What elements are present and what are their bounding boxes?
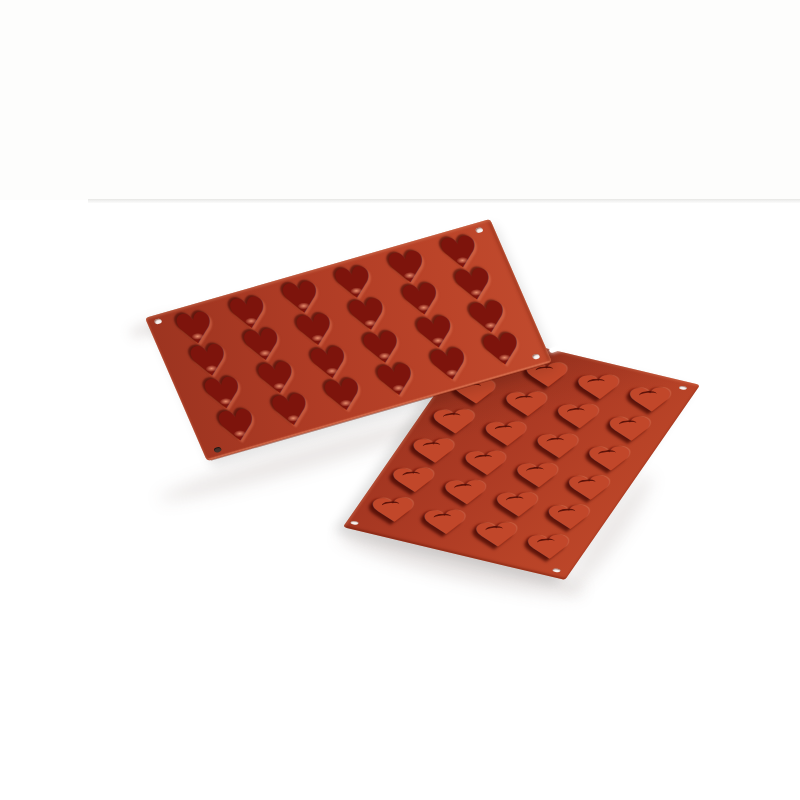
heart-cavity: ♥ xyxy=(213,409,261,445)
heart-glyph: ♥ xyxy=(372,363,420,399)
heart-glyph: ♥ xyxy=(478,333,526,369)
product-photo-canvas: ♥♥♥♥♥♥♥♥♥♥♥♥♥♥♥♥♥♥♥♥♥♥♥♥ ♥♥♥♥♥♥♥♥♥♥♥♥♥♥♥… xyxy=(0,0,800,800)
heart-glyph: ♥ xyxy=(319,378,367,414)
heart-glyph: ♥ xyxy=(266,394,314,430)
heart-glyph: ♥ xyxy=(213,409,261,445)
corner-hole xyxy=(350,520,360,525)
heart-bump: ♥ xyxy=(523,535,575,561)
heart-glyph: ♥ xyxy=(425,348,473,384)
backdrop-seam-line xyxy=(88,199,800,203)
heart-cavity: ♥ xyxy=(478,333,526,369)
corner-hole xyxy=(552,568,562,573)
backdrop-upper-band xyxy=(0,0,800,200)
heart-bump: ♥ xyxy=(471,522,523,548)
heart-cavity: ♥ xyxy=(319,378,367,414)
corner-hole xyxy=(532,353,541,360)
corner-hole xyxy=(475,227,484,234)
heart-bump: ♥ xyxy=(419,510,471,536)
heart-cavity: ♥ xyxy=(266,394,314,430)
corner-hole xyxy=(213,446,222,453)
heart-bump: ♥ xyxy=(367,497,419,523)
heart-cavity-cell: ♥ xyxy=(468,327,535,375)
heart-cavity: ♥ xyxy=(425,348,473,384)
heart-cavity: ♥ xyxy=(372,363,420,399)
corner-hole xyxy=(154,318,163,325)
